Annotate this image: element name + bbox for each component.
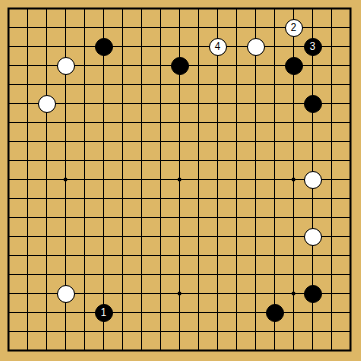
stone-white[interactable] [57,285,75,303]
intersection[interactable] [227,37,246,56]
intersection[interactable] [322,322,341,341]
intersection[interactable] [322,75,341,94]
intersection[interactable] [94,246,113,265]
intersection[interactable] [284,170,303,189]
intersection[interactable] [265,303,284,322]
stone-white[interactable] [304,228,322,246]
intersection[interactable] [151,284,170,303]
intersection[interactable] [189,56,208,75]
intersection[interactable]: 3 [303,37,322,56]
intersection[interactable] [227,151,246,170]
intersection[interactable] [341,284,360,303]
intersection[interactable] [189,113,208,132]
intersection[interactable] [284,265,303,284]
intersection[interactable] [37,151,56,170]
intersection[interactable] [18,341,37,360]
intersection[interactable] [75,132,94,151]
intersection[interactable] [265,208,284,227]
stone-white[interactable]: 2 [285,19,303,37]
intersection[interactable] [246,170,265,189]
intersection[interactable] [113,227,132,246]
stone-white[interactable] [304,171,322,189]
intersection[interactable] [303,265,322,284]
intersection[interactable] [132,284,151,303]
intersection[interactable] [265,341,284,360]
intersection[interactable] [151,94,170,113]
intersection[interactable] [227,246,246,265]
intersection[interactable] [265,18,284,37]
intersection[interactable] [132,208,151,227]
intersection[interactable] [113,322,132,341]
intersection[interactable] [75,265,94,284]
intersection[interactable] [322,303,341,322]
intersection[interactable] [284,246,303,265]
intersection[interactable] [322,132,341,151]
intersection[interactable] [132,18,151,37]
intersection[interactable] [75,227,94,246]
stone-black[interactable]: 1 [95,304,113,322]
intersection[interactable] [246,0,265,18]
intersection[interactable] [75,18,94,37]
intersection[interactable] [227,227,246,246]
intersection[interactable] [151,246,170,265]
intersection[interactable] [132,56,151,75]
intersection[interactable] [284,227,303,246]
intersection[interactable] [37,265,56,284]
intersection[interactable] [303,189,322,208]
intersection[interactable] [18,18,37,37]
intersection[interactable] [18,94,37,113]
intersection[interactable] [0,94,18,113]
intersection[interactable] [56,75,75,94]
intersection[interactable] [303,132,322,151]
intersection[interactable] [151,151,170,170]
intersection[interactable] [322,37,341,56]
intersection[interactable] [94,75,113,94]
intersection[interactable] [0,189,18,208]
intersection[interactable] [0,56,18,75]
intersection[interactable] [341,132,360,151]
intersection[interactable] [284,284,303,303]
intersection[interactable] [56,0,75,18]
intersection[interactable] [170,113,189,132]
intersection[interactable] [189,265,208,284]
intersection[interactable] [151,303,170,322]
intersection[interactable] [132,341,151,360]
intersection[interactable] [56,37,75,56]
intersection[interactable] [18,189,37,208]
intersection[interactable] [18,113,37,132]
intersection[interactable] [341,265,360,284]
intersection[interactable] [37,284,56,303]
stone-white[interactable] [247,38,265,56]
go-board[interactable]: 2431 [0,0,361,361]
intersection[interactable] [227,56,246,75]
intersection[interactable] [56,208,75,227]
intersection[interactable] [303,75,322,94]
stone-black[interactable] [95,38,113,56]
intersection[interactable] [227,94,246,113]
intersection[interactable] [208,284,227,303]
intersection[interactable]: 2 [284,18,303,37]
intersection[interactable] [56,322,75,341]
intersection[interactable] [18,56,37,75]
intersection[interactable] [303,341,322,360]
intersection[interactable] [246,322,265,341]
intersection[interactable] [341,303,360,322]
intersection[interactable] [94,37,113,56]
intersection[interactable] [75,37,94,56]
intersection[interactable] [208,170,227,189]
intersection[interactable] [170,208,189,227]
intersection[interactable] [132,37,151,56]
intersection[interactable] [0,227,18,246]
intersection[interactable] [75,284,94,303]
intersection[interactable] [246,284,265,303]
intersection[interactable] [303,56,322,75]
intersection[interactable] [151,208,170,227]
intersection[interactable] [94,151,113,170]
intersection[interactable] [94,0,113,18]
intersection[interactable] [170,0,189,18]
intersection[interactable] [132,303,151,322]
intersection[interactable] [284,56,303,75]
intersection[interactable] [18,208,37,227]
intersection[interactable] [284,0,303,18]
intersection[interactable] [56,18,75,37]
intersection[interactable] [303,208,322,227]
intersection[interactable] [341,170,360,189]
intersection[interactable] [246,246,265,265]
intersection[interactable] [132,265,151,284]
intersection[interactable] [341,94,360,113]
intersection[interactable] [341,18,360,37]
intersection[interactable] [303,246,322,265]
intersection[interactable] [37,303,56,322]
intersection[interactable] [18,170,37,189]
intersection[interactable] [303,322,322,341]
intersection[interactable] [94,170,113,189]
intersection[interactable] [151,37,170,56]
intersection[interactable] [208,94,227,113]
intersection[interactable] [227,341,246,360]
intersection[interactable] [170,56,189,75]
intersection[interactable] [208,0,227,18]
intersection[interactable] [37,341,56,360]
intersection[interactable] [208,246,227,265]
intersection[interactable] [18,227,37,246]
intersection[interactable] [113,265,132,284]
intersection[interactable] [284,189,303,208]
intersection[interactable] [303,227,322,246]
stone-white[interactable] [57,57,75,75]
intersection[interactable] [265,151,284,170]
intersection[interactable] [322,227,341,246]
intersection[interactable] [18,322,37,341]
intersection[interactable] [246,132,265,151]
intersection[interactable] [18,151,37,170]
intersection[interactable] [170,341,189,360]
intersection[interactable] [322,341,341,360]
intersection[interactable] [303,94,322,113]
intersection[interactable] [170,284,189,303]
intersection[interactable] [303,113,322,132]
intersection[interactable] [246,265,265,284]
stone-black[interactable] [304,285,322,303]
intersection[interactable] [322,265,341,284]
intersection[interactable] [0,37,18,56]
intersection[interactable] [37,322,56,341]
intersection[interactable] [37,0,56,18]
intersection[interactable] [56,170,75,189]
intersection[interactable] [265,170,284,189]
intersection[interactable] [303,303,322,322]
intersection[interactable] [0,75,18,94]
intersection[interactable] [56,227,75,246]
intersection[interactable] [132,189,151,208]
intersection[interactable] [227,284,246,303]
intersection[interactable] [246,227,265,246]
intersection[interactable] [170,265,189,284]
intersection[interactable] [303,170,322,189]
intersection[interactable] [170,75,189,94]
intersection[interactable] [322,284,341,303]
intersection[interactable] [341,37,360,56]
intersection[interactable] [227,303,246,322]
intersection[interactable] [56,303,75,322]
intersection[interactable] [246,113,265,132]
intersection[interactable] [227,75,246,94]
intersection[interactable] [170,132,189,151]
intersection[interactable] [18,0,37,18]
intersection[interactable] [113,246,132,265]
intersection[interactable] [94,56,113,75]
intersection[interactable] [322,113,341,132]
intersection[interactable] [265,75,284,94]
intersection[interactable] [189,37,208,56]
intersection[interactable] [151,113,170,132]
intersection[interactable] [75,0,94,18]
intersection[interactable] [56,56,75,75]
intersection[interactable] [208,265,227,284]
intersection[interactable] [37,75,56,94]
intersection[interactable] [151,18,170,37]
intersection[interactable] [189,322,208,341]
intersection[interactable] [18,284,37,303]
intersection[interactable] [227,208,246,227]
intersection[interactable] [246,151,265,170]
intersection[interactable] [170,246,189,265]
intersection[interactable] [56,94,75,113]
intersection[interactable] [151,170,170,189]
intersection[interactable] [189,341,208,360]
intersection[interactable] [0,322,18,341]
intersection[interactable] [151,265,170,284]
intersection[interactable] [189,0,208,18]
intersection[interactable] [170,303,189,322]
intersection[interactable] [284,303,303,322]
intersection[interactable] [322,151,341,170]
intersection[interactable] [113,56,132,75]
intersection[interactable] [0,151,18,170]
intersection[interactable] [75,208,94,227]
intersection[interactable] [56,341,75,360]
intersection[interactable] [303,284,322,303]
intersection[interactable] [0,284,18,303]
intersection[interactable] [113,94,132,113]
intersection[interactable] [170,170,189,189]
intersection[interactable] [56,132,75,151]
intersection[interactable] [208,132,227,151]
stone-white[interactable] [38,95,56,113]
intersection[interactable] [75,189,94,208]
intersection[interactable]: 1 [94,303,113,322]
intersection[interactable] [189,189,208,208]
intersection[interactable] [208,303,227,322]
intersection[interactable] [113,208,132,227]
intersection[interactable] [75,56,94,75]
intersection[interactable] [75,246,94,265]
intersection[interactable] [132,246,151,265]
intersection[interactable] [189,132,208,151]
intersection[interactable] [227,170,246,189]
intersection[interactable] [208,322,227,341]
intersection[interactable] [322,18,341,37]
intersection[interactable] [132,0,151,18]
intersection[interactable] [56,265,75,284]
intersection[interactable] [113,18,132,37]
intersection[interactable] [37,94,56,113]
intersection[interactable] [208,151,227,170]
intersection[interactable] [0,132,18,151]
intersection[interactable] [189,284,208,303]
intersection[interactable] [37,189,56,208]
intersection[interactable] [151,75,170,94]
intersection[interactable] [265,37,284,56]
intersection[interactable] [0,303,18,322]
intersection[interactable] [170,37,189,56]
intersection[interactable] [208,56,227,75]
intersection[interactable] [94,322,113,341]
intersection[interactable] [303,0,322,18]
intersection[interactable] [0,246,18,265]
intersection[interactable] [246,75,265,94]
intersection[interactable] [227,18,246,37]
stone-white[interactable]: 4 [209,38,227,56]
intersection[interactable] [284,75,303,94]
intersection[interactable] [56,246,75,265]
intersection[interactable] [113,0,132,18]
intersection[interactable] [246,189,265,208]
intersection[interactable] [37,208,56,227]
intersection[interactable] [284,151,303,170]
intersection[interactable] [151,132,170,151]
intersection[interactable] [56,189,75,208]
intersection[interactable] [75,75,94,94]
intersection[interactable] [94,341,113,360]
intersection[interactable] [265,132,284,151]
intersection[interactable] [322,170,341,189]
intersection[interactable] [189,75,208,94]
intersection[interactable] [75,341,94,360]
intersection[interactable] [303,18,322,37]
intersection[interactable] [265,227,284,246]
intersection[interactable] [94,227,113,246]
intersection[interactable] [246,341,265,360]
intersection[interactable] [189,208,208,227]
intersection[interactable] [132,94,151,113]
intersection[interactable] [284,208,303,227]
intersection[interactable] [132,75,151,94]
intersection[interactable] [151,0,170,18]
intersection[interactable] [0,208,18,227]
intersection[interactable] [37,170,56,189]
stone-black[interactable] [266,304,284,322]
intersection[interactable] [37,132,56,151]
intersection[interactable] [113,75,132,94]
intersection[interactable] [0,265,18,284]
intersection[interactable] [113,170,132,189]
intersection[interactable] [56,151,75,170]
intersection[interactable] [341,341,360,360]
intersection[interactable] [151,227,170,246]
intersection[interactable] [0,0,18,18]
intersection[interactable] [322,56,341,75]
intersection[interactable] [341,322,360,341]
intersection[interactable] [132,322,151,341]
intersection[interactable] [170,189,189,208]
intersection[interactable] [284,113,303,132]
intersection[interactable] [341,246,360,265]
intersection[interactable] [246,56,265,75]
intersection[interactable] [94,265,113,284]
intersection[interactable] [75,170,94,189]
intersection[interactable] [227,132,246,151]
intersection[interactable] [151,341,170,360]
intersection[interactable] [227,0,246,18]
stone-black[interactable] [285,57,303,75]
stone-black[interactable] [304,95,322,113]
intersection[interactable] [18,132,37,151]
stone-black[interactable]: 3 [304,38,322,56]
intersection[interactable] [75,322,94,341]
intersection[interactable] [189,303,208,322]
intersection[interactable] [132,227,151,246]
intersection[interactable] [341,113,360,132]
intersection[interactable] [265,322,284,341]
intersection[interactable] [170,94,189,113]
intersection[interactable] [56,113,75,132]
intersection[interactable] [341,0,360,18]
intersection[interactable] [18,246,37,265]
intersection[interactable] [113,132,132,151]
intersection[interactable] [170,227,189,246]
intersection[interactable] [151,322,170,341]
intersection[interactable] [208,189,227,208]
intersection[interactable] [246,208,265,227]
intersection[interactable] [170,151,189,170]
intersection[interactable] [37,246,56,265]
intersection[interactable] [341,189,360,208]
intersection[interactable] [18,303,37,322]
intersection[interactable] [246,18,265,37]
intersection[interactable] [189,94,208,113]
intersection[interactable] [303,151,322,170]
intersection[interactable] [265,56,284,75]
intersection[interactable] [189,18,208,37]
intersection[interactable] [37,37,56,56]
intersection[interactable] [170,322,189,341]
